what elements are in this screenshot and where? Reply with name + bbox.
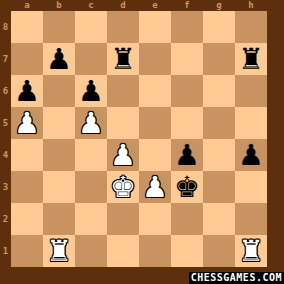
white-rook-b1: ♜ (46, 235, 72, 267)
square-h3 (235, 171, 267, 203)
square-e8 (139, 11, 171, 43)
square-e5 (139, 107, 171, 139)
file-labels: abcdefgh (11, 0, 267, 11)
square-a7 (11, 43, 43, 75)
square-f8 (171, 11, 203, 43)
square-b1: ♜ (43, 235, 75, 267)
black-pawn-b7: ♟ (46, 43, 72, 75)
square-a8 (11, 11, 43, 43)
square-d1 (107, 235, 139, 267)
square-b5 (43, 107, 75, 139)
square-b6 (43, 75, 75, 107)
file-label-e: e (139, 0, 171, 11)
rank-label-7: 7 (0, 43, 11, 75)
black-pawn-h4: ♟ (238, 139, 264, 171)
square-d3: ♚ (107, 171, 139, 203)
rank-label-8: 8 (0, 11, 11, 43)
square-d6 (107, 75, 139, 107)
square-b8 (43, 11, 75, 43)
black-rook-h7: ♜ (238, 43, 264, 75)
square-g3 (203, 171, 235, 203)
rank-label-5: 5 (0, 107, 11, 139)
square-b3 (43, 171, 75, 203)
square-a4 (11, 139, 43, 171)
square-c4 (75, 139, 107, 171)
square-h7: ♜ (235, 43, 267, 75)
rank-label-2: 2 (0, 203, 11, 235)
square-e3: ♟ (139, 171, 171, 203)
square-a3 (11, 171, 43, 203)
square-a5: ♟ (11, 107, 43, 139)
black-pawn-a6: ♟ (14, 75, 40, 107)
black-rook-d7: ♜ (110, 43, 136, 75)
rank-label-3: 3 (0, 171, 11, 203)
square-c7 (75, 43, 107, 75)
white-pawn-e3: ♟ (142, 171, 168, 203)
square-d5 (107, 107, 139, 139)
square-e7 (139, 43, 171, 75)
square-c8 (75, 11, 107, 43)
square-e1 (139, 235, 171, 267)
rank-labels: 87654321 (0, 11, 11, 267)
square-e4 (139, 139, 171, 171)
rank-label-4: 4 (0, 139, 11, 171)
white-pawn-d4: ♟ (110, 139, 136, 171)
square-b2 (43, 203, 75, 235)
square-d2 (107, 203, 139, 235)
black-pawn-f4: ♟ (174, 139, 200, 171)
square-h1: ♜ (235, 235, 267, 267)
square-c6: ♟ (75, 75, 107, 107)
chess-diagram: abcdefgh 87654321 ♟♜♜♟♟♟♟♟♟♟♚♟♚♜♜ CHESSG… (0, 0, 284, 284)
chess-board: ♟♜♜♟♟♟♟♟♟♟♚♟♚♜♜ (11, 11, 267, 267)
square-f1 (171, 235, 203, 267)
square-g7 (203, 43, 235, 75)
white-rook-h1: ♜ (238, 235, 264, 267)
square-h6 (235, 75, 267, 107)
file-label-c: c (75, 0, 107, 11)
square-h2 (235, 203, 267, 235)
square-f4: ♟ (171, 139, 203, 171)
square-b7: ♟ (43, 43, 75, 75)
square-c2 (75, 203, 107, 235)
square-a1 (11, 235, 43, 267)
square-b4 (43, 139, 75, 171)
square-c1 (75, 235, 107, 267)
square-g5 (203, 107, 235, 139)
square-g4 (203, 139, 235, 171)
square-f6 (171, 75, 203, 107)
square-a6: ♟ (11, 75, 43, 107)
square-d4: ♟ (107, 139, 139, 171)
file-label-b: b (43, 0, 75, 11)
square-f5 (171, 107, 203, 139)
square-e6 (139, 75, 171, 107)
white-pawn-c5: ♟ (78, 107, 104, 139)
file-label-d: d (107, 0, 139, 11)
file-label-g: g (203, 0, 235, 11)
rank-label-6: 6 (0, 75, 11, 107)
square-h5 (235, 107, 267, 139)
black-pawn-c6: ♟ (78, 75, 104, 107)
square-g6 (203, 75, 235, 107)
white-king-d3: ♚ (110, 171, 136, 203)
square-g1 (203, 235, 235, 267)
file-label-h: h (235, 0, 267, 11)
white-pawn-a5: ♟ (14, 107, 40, 139)
square-g8 (203, 11, 235, 43)
square-d8 (107, 11, 139, 43)
square-g2 (203, 203, 235, 235)
rank-label-1: 1 (0, 235, 11, 267)
square-f2 (171, 203, 203, 235)
square-c3 (75, 171, 107, 203)
square-e2 (139, 203, 171, 235)
square-h8 (235, 11, 267, 43)
black-king-f3: ♚ (174, 171, 200, 203)
square-c5: ♟ (75, 107, 107, 139)
file-label-a: a (11, 0, 43, 11)
square-f3: ♚ (171, 171, 203, 203)
square-h4: ♟ (235, 139, 267, 171)
square-a2 (11, 203, 43, 235)
file-label-f: f (171, 0, 203, 11)
chessgames-watermark: CHESSGAMES.COM (189, 272, 284, 284)
square-f7 (171, 43, 203, 75)
square-d7: ♜ (107, 43, 139, 75)
